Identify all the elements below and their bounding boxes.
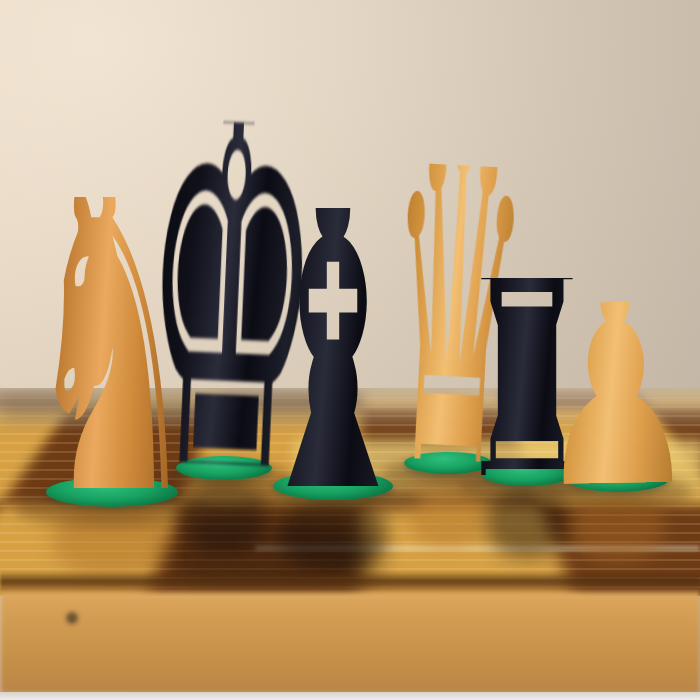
table-edge [0,692,700,700]
white-pawn: ♟ [534,301,699,485]
white-knight: ♞ [24,197,201,488]
chess-photo-scene: ♞♚♝♛♜♟ [0,0,700,700]
black-bishop: ♝ [237,208,430,486]
